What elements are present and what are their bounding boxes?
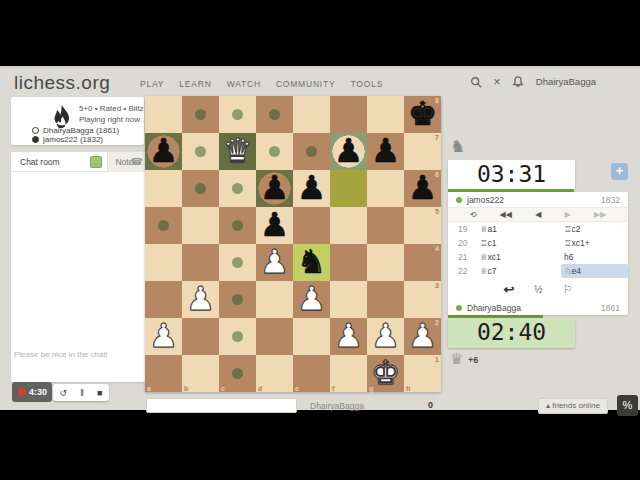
captured-knight-icon: ♞ <box>450 136 465 156</box>
square-a4[interactable] <box>145 244 182 281</box>
move-dest-dot-c6[interactable] <box>232 183 243 194</box>
video-frame: lichess.org PLAYLEARNWATCHCOMMUNITYTOOLS… <box>0 0 640 480</box>
square-c8[interactable] <box>219 96 256 133</box>
chat-notice: Please be nice in the chat! <box>14 350 108 359</box>
pause-recording-icon[interactable]: ‖ <box>80 388 84 398</box>
recording-toolbar: ↺ ‖ ■ <box>53 384 109 401</box>
move-number: 22 <box>458 266 467 276</box>
opponent-clock: 03:31 <box>448 160 575 190</box>
move-list-panel: jamos222 1832 ⟲◀◀◀▶▶▶ 19♕a1♖c220♖c1♖xc1+… <box>448 192 628 315</box>
restart-recording-icon[interactable]: ↺ <box>60 388 68 398</box>
square-f8[interactable] <box>330 96 367 133</box>
notifications-bell-icon[interactable] <box>512 75 525 88</box>
black-pawn[interactable]: ♟ <box>256 170 293 207</box>
square-g5[interactable] <box>367 207 404 244</box>
chess-board[interactable]: ♚8♟♛♟♟7♟♟♟6♟5♟♞4♟♟3♟♟♟♟2abcdef♚g1h <box>145 96 441 392</box>
move-number: 21 <box>458 252 467 262</box>
square-f1[interactable]: f <box>330 355 367 392</box>
square-b4[interactable] <box>182 244 219 281</box>
square-b2[interactable] <box>182 318 219 355</box>
search-icon[interactable] <box>469 75 482 88</box>
move-input-field[interactable] <box>146 398 297 413</box>
percent-icon[interactable]: % <box>617 395 638 416</box>
square-e4[interactable]: ♞ <box>293 244 330 281</box>
square-e8[interactable] <box>293 96 330 133</box>
move-dest-dot-c5[interactable] <box>232 220 243 231</box>
underboard-player-name: DhairyaBagga <box>310 401 364 411</box>
underboard-score: 0 <box>428 400 433 410</box>
nav-tools[interactable]: TOOLS <box>351 79 384 89</box>
black-knight[interactable]: ♞ <box>293 244 330 281</box>
white-pawn[interactable]: ♟ <box>330 318 367 355</box>
move-dest-dot-b7[interactable] <box>195 146 206 157</box>
square-e5[interactable] <box>293 207 330 244</box>
player-name[interactable]: DhairyaBagga <box>467 303 521 313</box>
game-status-label: Playing right now <box>79 115 140 124</box>
material-score: +6 <box>468 355 478 365</box>
file-label-e: e <box>295 385 299 392</box>
move-dest-dot-e7[interactable] <box>306 146 317 157</box>
move-dest-dot-d7[interactable] <box>269 146 280 157</box>
resign-flag-button[interactable]: ⚐ <box>563 283 573 296</box>
square-d2[interactable] <box>256 318 293 355</box>
white-color-disc <box>32 127 39 134</box>
square-b8[interactable] <box>182 96 219 133</box>
lichess-logo[interactable]: lichess.org <box>14 72 110 94</box>
main-nav: PLAYLEARNWATCHCOMMUNITYTOOLS <box>140 79 383 89</box>
chat-box: Chat room Notes ☎ Please be nice in the … <box>11 152 145 382</box>
square-e2[interactable] <box>293 318 330 355</box>
move-dest-dot-b6[interactable] <box>195 183 206 194</box>
move-dest-dot-c2[interactable] <box>232 331 243 342</box>
move-dest-dot-b8[interactable] <box>195 109 206 120</box>
square-f3[interactable] <box>330 281 367 318</box>
square-c3[interactable] <box>219 281 256 318</box>
square-c2[interactable] <box>219 318 256 355</box>
white-pawn[interactable]: ♟ <box>182 281 219 318</box>
square-b5[interactable] <box>182 207 219 244</box>
capture-dest-d6[interactable]: ♟ <box>256 170 293 207</box>
player-row[interactable]: DhairyaBagga 1861 <box>448 300 628 315</box>
game-info-card: 5+0 • Rated • Blitz Playing right now Dh… <box>11 97 144 145</box>
black-pawn[interactable]: ♟ <box>256 207 293 244</box>
white-move[interactable]: ♕c7 <box>480 266 560 276</box>
square-c4[interactable] <box>219 244 256 281</box>
rank-label-1: 1 <box>435 356 439 363</box>
square-g2[interactable]: ♟ <box>367 318 404 355</box>
chat-toggle[interactable] <box>90 156 102 168</box>
opponent-rating: 1832 <box>601 195 620 205</box>
capture-dest-f7[interactable]: ♟ <box>330 133 367 170</box>
square-g3[interactable] <box>367 281 404 318</box>
square-h4[interactable]: 4 <box>404 244 441 281</box>
square-b7[interactable] <box>182 133 219 170</box>
square-f4[interactable] <box>330 244 367 281</box>
player-clock: 02:40 <box>448 318 575 348</box>
challenges-icon[interactable]: × <box>493 75 501 88</box>
move-dest-dot-c3[interactable] <box>232 294 243 305</box>
online-dot <box>456 305 462 311</box>
square-e1[interactable]: e <box>293 355 330 392</box>
stop-recording-icon[interactable]: ■ <box>97 388 102 398</box>
nav-play[interactable]: PLAY <box>140 79 164 89</box>
move-row-20: 20♖c1♖xc1+ <box>448 236 628 250</box>
square-c7[interactable]: ♛ <box>219 133 256 170</box>
tab-chat-room[interactable]: Chat room <box>20 157 60 167</box>
black-move[interactable]: ♖c2 <box>561 222 628 236</box>
square-h3[interactable]: 3 <box>404 281 441 318</box>
file-label-b: b <box>184 385 188 392</box>
file-label-f: f <box>332 385 334 392</box>
square-f2[interactable]: ♟ <box>330 318 367 355</box>
recording-indicator: 4:30 <box>12 382 52 402</box>
square-b6[interactable] <box>182 170 219 207</box>
black-pawn[interactable]: ♟ <box>367 133 404 170</box>
black-color-disc <box>32 136 39 143</box>
move-number: 19 <box>458 224 467 234</box>
online-dot <box>456 197 462 203</box>
black-player-line[interactable]: jamos222 (1832) <box>32 135 103 144</box>
square-h8[interactable]: ♚8 <box>404 96 441 133</box>
square-d7[interactable] <box>256 133 293 170</box>
record-dot-icon <box>18 388 26 396</box>
rank-label-4: 4 <box>435 245 439 252</box>
rank-label-3: 3 <box>435 282 439 289</box>
rank-label-2: 2 <box>435 319 439 326</box>
capture-dest-a7[interactable]: ♟ <box>145 133 182 170</box>
square-d4[interactable]: ♟ <box>256 244 293 281</box>
white-pawn[interactable]: ♟ <box>293 281 330 318</box>
analysis-board-icon[interactable]: ⟲ <box>470 210 477 219</box>
square-d1[interactable]: d <box>256 355 293 392</box>
first-move-icon[interactable]: ◀◀ <box>500 210 512 219</box>
square-d5[interactable]: ♟ <box>256 207 293 244</box>
square-h1[interactable]: 1h <box>404 355 441 392</box>
square-c5[interactable] <box>219 207 256 244</box>
square-h6[interactable]: ♟6 <box>404 170 441 207</box>
file-label-a: a <box>147 385 151 392</box>
square-g4[interactable] <box>367 244 404 281</box>
rank-label-8: 8 <box>435 97 439 104</box>
next-move-icon[interactable]: ▶ <box>565 210 571 219</box>
white-player-line[interactable]: DhairyaBagga (1861) <box>32 126 119 135</box>
square-e6[interactable]: ♟ <box>293 170 330 207</box>
nav-learn[interactable]: LEARN <box>179 79 211 89</box>
black-pawn[interactable]: ♟ <box>145 133 182 170</box>
give-more-time-button[interactable]: + <box>611 163 628 180</box>
square-a3[interactable] <box>145 281 182 318</box>
white-pawn[interactable]: ♟ <box>256 244 293 281</box>
file-label-d: d <box>258 385 262 392</box>
offer-draw-button[interactable]: ½ <box>534 284 542 295</box>
square-h5[interactable]: 5 <box>404 207 441 244</box>
white-move[interactable]: ♖c1 <box>480 238 560 248</box>
takeback-button[interactable]: ↩ <box>503 282 514 297</box>
square-a6[interactable] <box>145 170 182 207</box>
prev-move-icon[interactable]: ◀ <box>535 210 541 219</box>
square-a5[interactable] <box>145 207 182 244</box>
square-h7[interactable]: 7 <box>404 133 441 170</box>
move-controls: ⟲◀◀◀▶▶▶ <box>448 207 628 222</box>
square-a1[interactable]: a <box>145 355 182 392</box>
phone-icon[interactable]: ☎ <box>131 156 143 167</box>
white-move[interactable]: ♕a1 <box>480 224 560 234</box>
black-pawn[interactable]: ♟ <box>330 133 367 170</box>
white-pawn[interactable]: ♟ <box>145 318 182 355</box>
square-c6[interactable] <box>219 170 256 207</box>
square-a8[interactable] <box>145 96 182 133</box>
time-control-label: 5+0 • Rated • Blitz <box>79 104 144 113</box>
square-g1[interactable]: ♚g <box>367 355 404 392</box>
rank-label-7: 7 <box>435 134 439 141</box>
square-g7[interactable]: ♟ <box>367 133 404 170</box>
nav-community[interactable]: COMMUNITY <box>276 79 336 89</box>
square-f5[interactable] <box>330 207 367 244</box>
move-number: 20 <box>458 238 467 248</box>
friends-online-button[interactable]: ▴ friends online <box>538 398 608 414</box>
opponent-name[interactable]: jamos222 <box>467 195 504 205</box>
recording-time: 4:30 <box>29 387 47 397</box>
move-dest-dot-c4[interactable] <box>232 257 243 268</box>
square-b3[interactable]: ♟ <box>182 281 219 318</box>
player-rating: 1861 <box>601 303 620 313</box>
move-dest-dot-d8[interactable] <box>269 109 280 120</box>
white-move[interactable]: ♕xc1 <box>480 252 560 262</box>
file-label-g: g <box>369 385 373 392</box>
square-b1[interactable]: b <box>182 355 219 392</box>
move-dest-dot-c8[interactable] <box>232 109 243 120</box>
black-pawn[interactable]: ♟ <box>293 170 330 207</box>
move-row-22: 22♕c7♘e4 <box>448 264 628 278</box>
white-pawn[interactable]: ♟ <box>367 318 404 355</box>
move-dest-dot-c1[interactable] <box>232 368 243 379</box>
square-e3[interactable]: ♟ <box>293 281 330 318</box>
square-d3[interactable] <box>256 281 293 318</box>
username[interactable]: DhairyaBagga <box>536 76 596 87</box>
file-label-c: c <box>221 385 225 392</box>
rank-label-6: 6 <box>435 171 439 178</box>
square-c1[interactable]: c <box>219 355 256 392</box>
square-g6[interactable] <box>367 170 404 207</box>
square-e7[interactable] <box>293 133 330 170</box>
white-queen[interactable]: ♛ <box>219 133 256 170</box>
square-a2[interactable]: ♟ <box>145 318 182 355</box>
rank-label-5: 5 <box>435 208 439 215</box>
nav-watch[interactable]: WATCH <box>227 79 261 89</box>
move-row-21: 21♕xc1h6 <box>448 250 628 264</box>
file-label-h: h <box>406 385 410 392</box>
black-move[interactable]: ♘e4 <box>561 264 628 278</box>
last-move-icon[interactable]: ▶▶ <box>594 210 606 219</box>
square-f6[interactable] <box>330 170 367 207</box>
black-move[interactable]: h6 <box>561 250 628 264</box>
black-move[interactable]: ♖xc1+ <box>561 236 628 250</box>
opponent-row[interactable]: jamos222 1832 <box>448 192 628 207</box>
move-list: 19♕a1♖c220♖c1♖xc1+21♕xc1h622♕c7♘e4 <box>448 222 628 278</box>
lichess-page: lichess.org PLAYLEARNWATCHCOMMUNITYTOOLS… <box>0 66 640 410</box>
move-row-19: 19♕a1♖c2 <box>448 222 628 236</box>
square-g8[interactable] <box>367 96 404 133</box>
square-d8[interactable] <box>256 96 293 133</box>
square-h2[interactable]: ♟2 <box>404 318 441 355</box>
captured-queen-icon: ♛ <box>450 350 463 368</box>
move-dest-dot-a5[interactable] <box>158 220 169 231</box>
